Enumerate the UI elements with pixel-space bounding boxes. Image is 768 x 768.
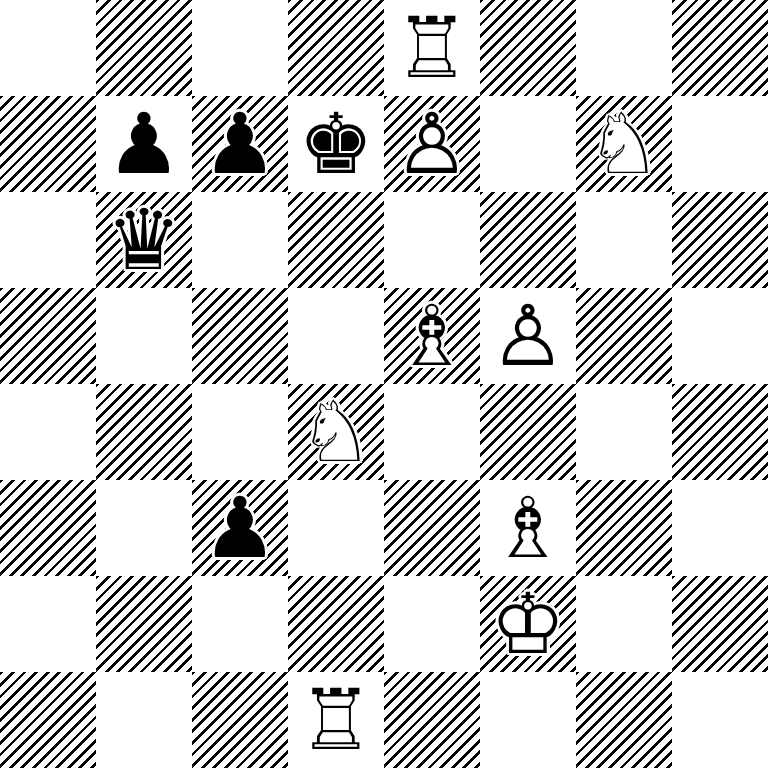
square-f1[interactable] bbox=[480, 672, 576, 768]
square-d7[interactable]: ♚ bbox=[288, 96, 384, 192]
square-c6[interactable] bbox=[192, 192, 288, 288]
square-c3[interactable]: ♟ bbox=[192, 480, 288, 576]
square-c4[interactable] bbox=[192, 384, 288, 480]
square-a3[interactable] bbox=[0, 480, 96, 576]
chessboard: ♜♖♟♟♚♟♙♞♘♛♝♗♟♙♞♘♟♝♗♚♔♜♖ bbox=[0, 0, 768, 768]
white-rook: ♜♖ bbox=[384, 0, 480, 96]
square-a6[interactable] bbox=[0, 192, 96, 288]
white-knight: ♞♘ bbox=[576, 96, 672, 192]
square-g8[interactable] bbox=[576, 0, 672, 96]
square-b1[interactable] bbox=[96, 672, 192, 768]
square-g7[interactable]: ♞♘ bbox=[576, 96, 672, 192]
square-a4[interactable] bbox=[0, 384, 96, 480]
white-bishop: ♝♗ bbox=[384, 288, 480, 384]
square-g5[interactable] bbox=[576, 288, 672, 384]
square-f5[interactable]: ♟♙ bbox=[480, 288, 576, 384]
square-h8[interactable] bbox=[672, 0, 768, 96]
square-f6[interactable] bbox=[480, 192, 576, 288]
square-d3[interactable] bbox=[288, 480, 384, 576]
square-g3[interactable] bbox=[576, 480, 672, 576]
square-b4[interactable] bbox=[96, 384, 192, 480]
square-g6[interactable] bbox=[576, 192, 672, 288]
square-f3[interactable]: ♝♗ bbox=[480, 480, 576, 576]
square-e2[interactable] bbox=[384, 576, 480, 672]
square-e5[interactable]: ♝♗ bbox=[384, 288, 480, 384]
square-f2[interactable]: ♚♔ bbox=[480, 576, 576, 672]
square-a1[interactable] bbox=[0, 672, 96, 768]
square-f8[interactable] bbox=[480, 0, 576, 96]
square-h2[interactable] bbox=[672, 576, 768, 672]
square-b8[interactable] bbox=[96, 0, 192, 96]
square-d2[interactable] bbox=[288, 576, 384, 672]
square-a2[interactable] bbox=[0, 576, 96, 672]
square-h1[interactable] bbox=[672, 672, 768, 768]
square-b3[interactable] bbox=[96, 480, 192, 576]
square-f7[interactable] bbox=[480, 96, 576, 192]
square-b7[interactable]: ♟ bbox=[96, 96, 192, 192]
square-b2[interactable] bbox=[96, 576, 192, 672]
square-g4[interactable] bbox=[576, 384, 672, 480]
square-e6[interactable] bbox=[384, 192, 480, 288]
black-queen: ♛ bbox=[96, 192, 192, 288]
square-c7[interactable]: ♟ bbox=[192, 96, 288, 192]
square-h5[interactable] bbox=[672, 288, 768, 384]
square-e8[interactable]: ♜♖ bbox=[384, 0, 480, 96]
black-pawn: ♟ bbox=[96, 96, 192, 192]
square-f4[interactable] bbox=[480, 384, 576, 480]
black-pawn: ♟ bbox=[192, 480, 288, 576]
square-d1[interactable]: ♜♖ bbox=[288, 672, 384, 768]
white-knight: ♞♘ bbox=[288, 384, 384, 480]
square-c8[interactable] bbox=[192, 0, 288, 96]
square-a7[interactable] bbox=[0, 96, 96, 192]
square-a5[interactable] bbox=[0, 288, 96, 384]
square-h7[interactable] bbox=[672, 96, 768, 192]
square-g2[interactable] bbox=[576, 576, 672, 672]
square-h4[interactable] bbox=[672, 384, 768, 480]
square-c1[interactable] bbox=[192, 672, 288, 768]
square-h3[interactable] bbox=[672, 480, 768, 576]
white-king: ♚♔ bbox=[480, 576, 576, 672]
white-pawn: ♟♙ bbox=[480, 288, 576, 384]
black-king: ♚ bbox=[288, 96, 384, 192]
square-e1[interactable] bbox=[384, 672, 480, 768]
square-d6[interactable] bbox=[288, 192, 384, 288]
square-c5[interactable] bbox=[192, 288, 288, 384]
square-a8[interactable] bbox=[0, 0, 96, 96]
square-e3[interactable] bbox=[384, 480, 480, 576]
square-c2[interactable] bbox=[192, 576, 288, 672]
square-b5[interactable] bbox=[96, 288, 192, 384]
square-g1[interactable] bbox=[576, 672, 672, 768]
square-e7[interactable]: ♟♙ bbox=[384, 96, 480, 192]
square-h6[interactable] bbox=[672, 192, 768, 288]
white-rook: ♜♖ bbox=[288, 672, 384, 768]
square-d4[interactable]: ♞♘ bbox=[288, 384, 384, 480]
white-pawn: ♟♙ bbox=[384, 96, 480, 192]
square-b6[interactable]: ♛ bbox=[96, 192, 192, 288]
square-d5[interactable] bbox=[288, 288, 384, 384]
black-pawn: ♟ bbox=[192, 96, 288, 192]
white-bishop: ♝♗ bbox=[480, 480, 576, 576]
square-d8[interactable] bbox=[288, 0, 384, 96]
square-e4[interactable] bbox=[384, 384, 480, 480]
